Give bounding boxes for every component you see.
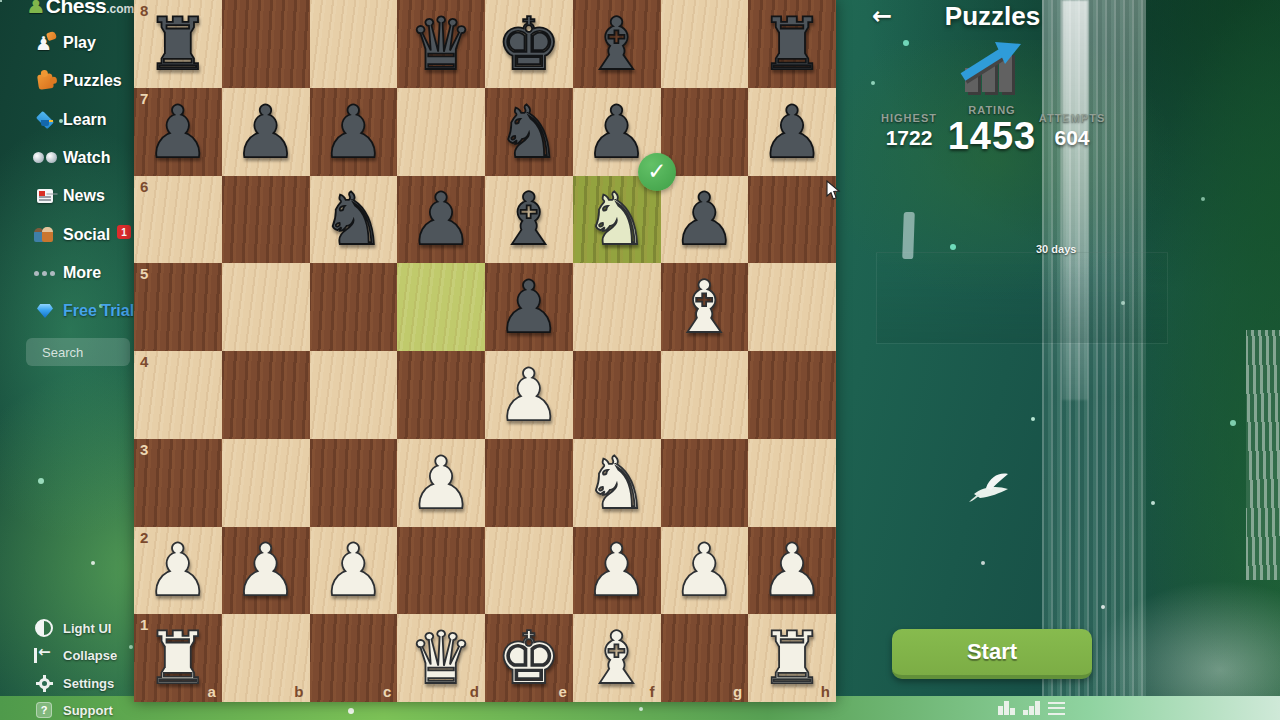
collapse-arrow-icon	[33, 644, 55, 666]
piece-white-pawn-h2[interactable]: ♟	[748, 527, 836, 615]
piece-white-pawn-a2[interactable]: ♟	[134, 527, 222, 615]
sidebar-item-label: Settings	[63, 676, 114, 691]
file-label-g: g	[733, 684, 742, 699]
logo-pawn-icon: ♟	[26, 0, 46, 18]
square-d5[interactable]	[397, 263, 485, 351]
square-f2[interactable]: ♟	[573, 527, 661, 615]
binoculars-icon	[31, 144, 59, 172]
piece-black-bishop-f8[interactable]: ♝	[573, 0, 661, 88]
piece-black-rook-a8[interactable]: ♜	[134, 0, 222, 88]
square-c5[interactable]	[310, 263, 398, 351]
background-waterfall-right	[1246, 330, 1280, 580]
sidebar-item-label: Play	[63, 34, 96, 52]
square-h5[interactable]	[748, 263, 836, 351]
square-b3[interactable]	[222, 439, 310, 527]
rank-label-4: 4	[140, 354, 148, 369]
piece-white-pawn-e4[interactable]: ♟	[485, 351, 573, 439]
sidebar-item-label: Support	[63, 703, 113, 718]
sidebar-item-settings[interactable]: Settings	[0, 668, 141, 698]
piece-black-pawn-e5[interactable]: ♟	[485, 263, 573, 351]
piece-white-pawn-g2[interactable]: ♟	[661, 527, 749, 615]
ellipsis-icon	[31, 259, 59, 287]
piece-black-pawn-b7[interactable]: ♟	[222, 88, 310, 176]
piece-black-queen-d8[interactable]: ♛	[397, 0, 485, 88]
rank-label-6: 6	[140, 179, 148, 194]
newspaper-icon	[31, 182, 59, 210]
square-e4[interactable]: ♟	[485, 351, 573, 439]
piece-white-pawn-b2[interactable]: ♟	[222, 527, 310, 615]
sidebar-item-label: Watch	[63, 149, 110, 167]
contrast-icon	[33, 617, 55, 639]
square-h8[interactable]: ♜	[748, 0, 836, 88]
square-f3[interactable]: ♞	[573, 439, 661, 527]
square-c3[interactable]	[310, 439, 398, 527]
background-trees-right	[1100, 0, 1280, 720]
page-title: Puzzles	[900, 1, 1085, 32]
piece-white-rook-a1[interactable]: ♜	[134, 614, 222, 702]
piece-white-pawn-c2[interactable]: ♟	[310, 527, 398, 615]
back-button[interactable]: ←	[872, 2, 892, 30]
square-f8[interactable]: ♝	[573, 0, 661, 88]
piece-white-knight-f3[interactable]: ♞	[573, 439, 661, 527]
piece-black-knight-c6[interactable]: ♞	[310, 176, 398, 264]
diamond-icon	[31, 297, 59, 325]
square-b5[interactable]	[222, 263, 310, 351]
square-b1[interactable]: b	[222, 614, 310, 702]
sidebar-item-puzzles[interactable]: Puzzles	[0, 64, 141, 98]
panel-footer-icons	[998, 700, 1065, 715]
chess-board: 8♜♛♚♝♜7♟♟♟♞♟♟6♞♟♝♞♟5♟♝4♟3♟♞2♟♟♟♟♟♟1a♜bcd…	[134, 0, 836, 702]
square-b6[interactable]	[222, 176, 310, 264]
background-mist	[1090, 580, 1280, 720]
square-f1[interactable]: f♝	[573, 614, 661, 702]
square-a1[interactable]: 1a♜	[134, 614, 222, 702]
piece-white-king-e1[interactable]: ♚	[485, 614, 573, 702]
square-c4[interactable]	[310, 351, 398, 439]
square-d4[interactable]	[397, 351, 485, 439]
rating-graph-marker	[902, 212, 915, 259]
list-icon[interactable]	[1048, 702, 1065, 715]
graduation-cap-icon	[31, 106, 59, 134]
correct-move-checkmark-icon: ✓	[638, 153, 676, 191]
piece-black-pawn-a7[interactable]: ♟	[134, 88, 222, 176]
sidebar-item-label: Puzzles	[63, 72, 122, 90]
rating-trend-icon	[955, 34, 1027, 96]
square-h7[interactable]: ♟	[748, 88, 836, 176]
people-icon	[31, 221, 59, 249]
sidebar-item-label: Collapse	[63, 648, 117, 663]
attempts-label: ATTEMPTS	[1030, 112, 1114, 124]
piece-black-pawn-d6[interactable]: ♟	[397, 176, 485, 264]
gear-icon	[33, 672, 55, 694]
square-h6[interactable]	[748, 176, 836, 264]
chesscom-logo[interactable]: ♟Chess.com	[26, 0, 134, 18]
square-g1[interactable]: g	[661, 614, 749, 702]
sidebar: ♟Chess.com Play Puzzles Learn Watch News…	[0, 0, 141, 720]
sidebar-item-free-trial[interactable]: Free Trial	[0, 294, 141, 328]
square-b4[interactable]	[222, 351, 310, 439]
piece-white-bishop-g5[interactable]: ♝	[661, 263, 749, 351]
square-c2[interactable]: ♟	[310, 527, 398, 615]
puzzle-piece-icon	[31, 67, 59, 95]
square-g8[interactable]	[661, 0, 749, 88]
square-g2[interactable]: ♟	[661, 527, 749, 615]
square-h2[interactable]: ♟	[748, 527, 836, 615]
sidebar-item-label: News	[63, 187, 105, 205]
square-e3[interactable]	[485, 439, 573, 527]
piece-white-rook-h1[interactable]: ♜	[748, 614, 836, 702]
piece-black-pawn-g6[interactable]: ♟	[661, 176, 749, 264]
logo-suffix: .com	[106, 2, 134, 16]
square-h4[interactable]	[748, 351, 836, 439]
square-c7[interactable]: ♟	[310, 88, 398, 176]
leaderboard-icon[interactable]	[998, 700, 1015, 715]
mouse-cursor	[826, 180, 841, 201]
square-a4[interactable]: 4	[134, 351, 222, 439]
square-e1[interactable]: e♚	[485, 614, 573, 702]
square-a3[interactable]: 3	[134, 439, 222, 527]
square-c1[interactable]: c	[310, 614, 398, 702]
square-a7[interactable]: 7♟	[134, 88, 222, 176]
square-d1[interactable]: d♛	[397, 614, 485, 702]
square-g5[interactable]: ♝	[661, 263, 749, 351]
sidebar-item-learn[interactable]: Learn	[0, 103, 141, 137]
start-button[interactable]: Start	[892, 629, 1092, 679]
piece-black-king-e8[interactable]: ♚	[485, 0, 573, 88]
rank-label-3: 3	[140, 442, 148, 457]
logo-text: Chess	[46, 0, 107, 17]
background-waterfall	[1042, 0, 1146, 720]
square-g3[interactable]	[661, 439, 749, 527]
piece-white-bishop-f1[interactable]: ♝	[573, 614, 661, 702]
dove-image	[966, 468, 1018, 504]
square-a8[interactable]: 8♜	[134, 0, 222, 88]
piece-black-rook-h8[interactable]: ♜	[748, 0, 836, 88]
square-b2[interactable]: ♟	[222, 527, 310, 615]
sidebar-item-label: Light UI	[63, 621, 111, 636]
square-c8[interactable]	[310, 0, 398, 88]
square-a2[interactable]: 2♟	[134, 527, 222, 615]
square-g4[interactable]	[661, 351, 749, 439]
square-d2[interactable]	[397, 527, 485, 615]
sidebar-item-social[interactable]: Social 1	[0, 218, 141, 252]
rating-graph-area	[876, 252, 1168, 344]
square-b8[interactable]	[222, 0, 310, 88]
sidebar-item-label: Free Trial	[63, 302, 134, 320]
piece-black-knight-e7[interactable]: ♞	[485, 88, 573, 176]
piece-black-pawn-c7[interactable]: ♟	[310, 88, 398, 176]
square-d7[interactable]	[397, 88, 485, 176]
square-e5[interactable]: ♟	[485, 263, 573, 351]
square-f4[interactable]	[573, 351, 661, 439]
sidebar-item-collapse[interactable]: Collapse	[0, 640, 141, 670]
square-f5[interactable]	[573, 263, 661, 351]
piece-white-pawn-d3[interactable]: ♟	[397, 439, 485, 527]
attempts-value: 604	[1030, 126, 1114, 150]
square-d8[interactable]: ♛	[397, 0, 485, 88]
sidebar-item-label: More	[63, 264, 101, 282]
sidebar-item-label: Social	[63, 226, 110, 244]
square-a6[interactable]: 6	[134, 176, 222, 264]
file-label-c: c	[383, 684, 391, 699]
piece-black-pawn-h7[interactable]: ♟	[748, 88, 836, 176]
square-d3[interactable]: ♟	[397, 439, 485, 527]
square-e7[interactable]: ♞	[485, 88, 573, 176]
square-g6[interactable]: ♟	[661, 176, 749, 264]
piece-black-bishop-e6[interactable]: ♝	[485, 176, 573, 264]
search-input[interactable]	[26, 338, 130, 366]
pawn-hand-icon	[31, 29, 59, 57]
sidebar-item-news[interactable]: News	[0, 179, 141, 213]
square-e2[interactable]	[485, 527, 573, 615]
notification-badge: 1	[117, 225, 131, 239]
square-d6[interactable]: ♟	[397, 176, 485, 264]
sidebar-item-label: Learn	[63, 111, 107, 129]
square-h1[interactable]: h♜	[748, 614, 836, 702]
rank-label-5: 5	[140, 266, 148, 281]
chart-period-label: 30 days	[1036, 243, 1076, 255]
stats-icon[interactable]	[1023, 700, 1040, 715]
sidebar-item-watch[interactable]: Watch	[0, 141, 141, 175]
sidebar-item-support[interactable]: Support	[0, 695, 141, 720]
square-e6[interactable]: ♝	[485, 176, 573, 264]
sidebar-item-play[interactable]: Play	[0, 26, 141, 60]
sidebar-item-more[interactable]: More	[0, 256, 141, 290]
square-c6[interactable]: ♞	[310, 176, 398, 264]
file-label-b: b	[294, 684, 303, 699]
piece-white-pawn-f2[interactable]: ♟	[573, 527, 661, 615]
square-b7[interactable]: ♟	[222, 88, 310, 176]
help-icon	[33, 699, 55, 720]
sidebar-item-light-ui[interactable]: Light UI	[0, 613, 141, 643]
square-e8[interactable]: ♚	[485, 0, 573, 88]
piece-white-queen-d1[interactable]: ♛	[397, 614, 485, 702]
square-h3[interactable]	[748, 439, 836, 527]
square-a5[interactable]: 5	[134, 263, 222, 351]
